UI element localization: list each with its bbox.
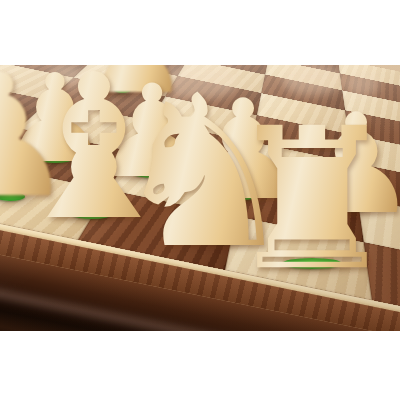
green-felt-base [0,192,25,201]
chess-set-photo: ♟♟♝♟♟♞♟♜♟ [0,0,400,400]
green-felt-base [200,234,244,244]
green-felt-base [229,192,257,200]
green-felt-base [282,258,342,269]
green-felt-base [114,87,131,93]
green-felt-base [341,203,371,211]
photo-band: ♟♟♝♟♟♞♟♜♟ [0,65,400,331]
green-felt-base [38,156,72,163]
green-felt-base [134,170,172,178]
green-felt-base [72,210,112,219]
